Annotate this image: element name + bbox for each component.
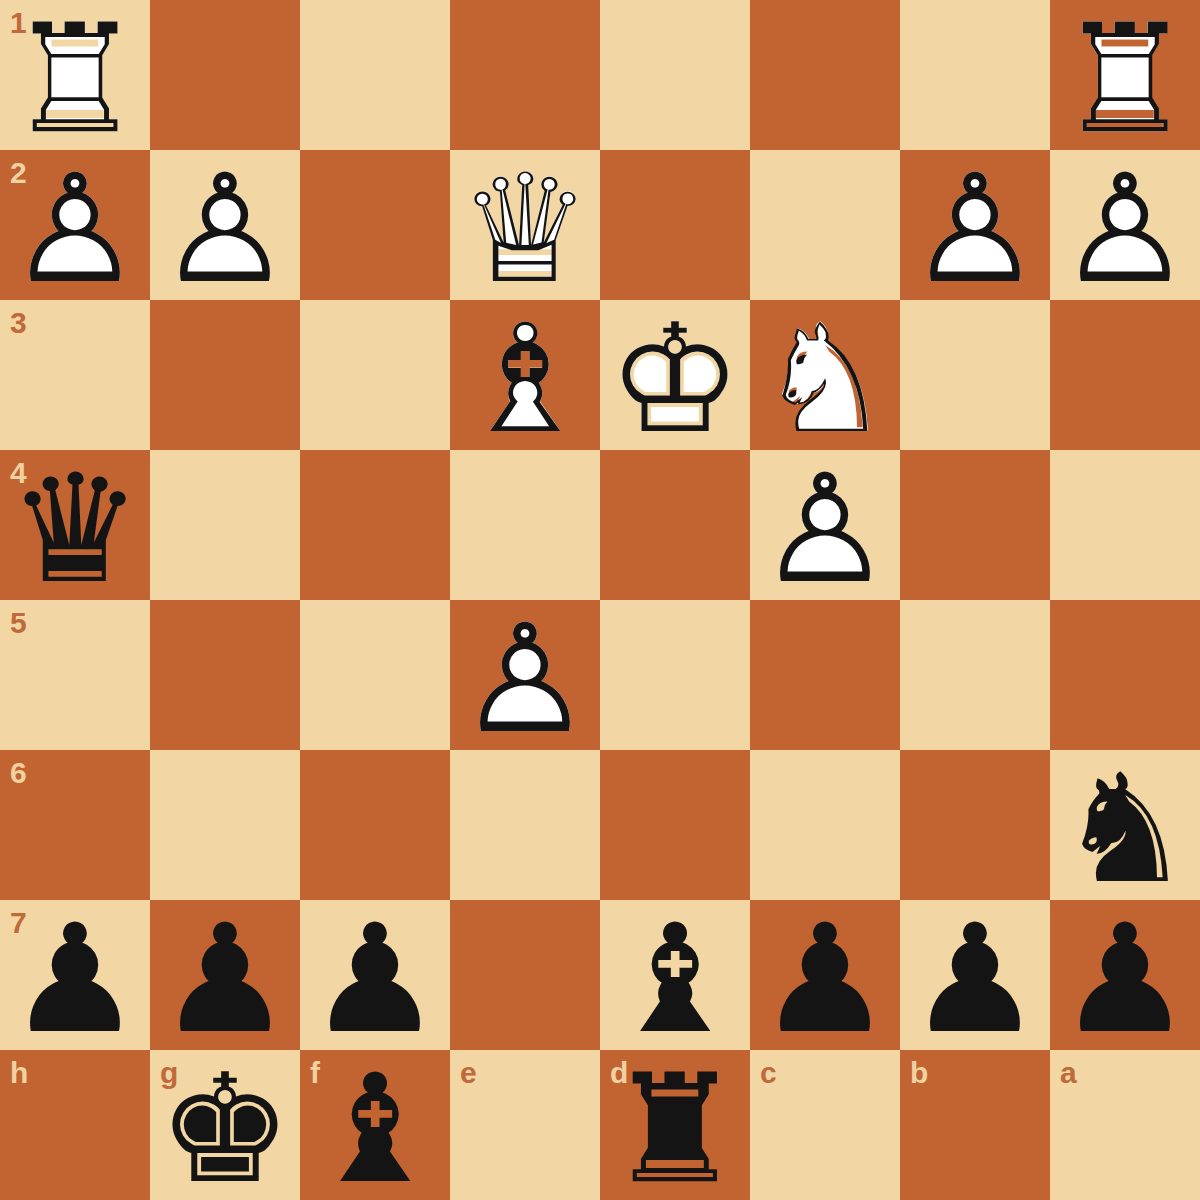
square-g5[interactable] <box>150 600 300 750</box>
coordinate-label-2: 2 <box>10 158 27 188</box>
square-e2[interactable]: ♛♕ <box>450 150 600 300</box>
piece-outline: ♙ <box>450 600 600 750</box>
square-c2[interactable] <box>750 150 900 300</box>
piece-outline: ♕ <box>450 150 600 300</box>
white-pawn-a2[interactable]: ♟♙ <box>1050 150 1200 300</box>
square-g4[interactable] <box>150 450 300 600</box>
square-c8[interactable]: c <box>750 1050 900 1200</box>
piece-glyph: ♟ <box>900 900 1050 1050</box>
square-b5[interactable] <box>900 600 1050 750</box>
square-e8[interactable]: e <box>450 1050 600 1200</box>
black-pawn-b7[interactable]: ♟ <box>900 900 1050 1050</box>
square-g7[interactable]: ♟ <box>150 900 300 1050</box>
piece-glyph: ♟ <box>300 900 450 1050</box>
square-d4[interactable] <box>600 450 750 600</box>
white-rook-a1[interactable]: ♜♖ <box>1050 0 1200 150</box>
piece-outline: ♔ <box>600 300 750 450</box>
coordinate-label-b: b <box>910 1058 928 1088</box>
square-h8[interactable]: h <box>0 1050 150 1200</box>
square-g6[interactable] <box>150 750 300 900</box>
square-g1[interactable] <box>150 0 300 150</box>
piece-outline: ♗ <box>450 300 600 450</box>
square-c7[interactable]: ♟ <box>750 900 900 1050</box>
square-f2[interactable] <box>300 150 450 300</box>
square-e7[interactable] <box>450 900 600 1050</box>
square-h2[interactable]: 2♟♙ <box>0 150 150 300</box>
square-f1[interactable] <box>300 0 450 150</box>
square-a6[interactable]: ♞ <box>1050 750 1200 900</box>
white-bishop-e3[interactable]: ♝♗ <box>450 300 600 450</box>
square-h1[interactable]: 1♜♖ <box>0 0 150 150</box>
coordinate-label-f: f <box>310 1058 320 1088</box>
square-d6[interactable] <box>600 750 750 900</box>
white-king-d3[interactable]: ♚♔ <box>600 300 750 450</box>
square-g2[interactable]: ♟♙ <box>150 150 300 300</box>
coordinate-label-h: h <box>10 1058 28 1088</box>
square-c6[interactable] <box>750 750 900 900</box>
square-a8[interactable]: a <box>1050 1050 1200 1200</box>
square-g3[interactable] <box>150 300 300 450</box>
coordinate-label-c: c <box>760 1058 777 1088</box>
black-pawn-a7[interactable]: ♟ <box>1050 900 1200 1050</box>
square-a4[interactable] <box>1050 450 1200 600</box>
coordinate-label-7: 7 <box>10 908 27 938</box>
white-pawn-e5[interactable]: ♟♙ <box>450 600 600 750</box>
square-b8[interactable]: b <box>900 1050 1050 1200</box>
square-a7[interactable]: ♟ <box>1050 900 1200 1050</box>
square-c3[interactable]: ♞♘ <box>750 300 900 450</box>
white-pawn-c4[interactable]: ♟♙ <box>750 450 900 600</box>
piece-outline: ♙ <box>750 450 900 600</box>
coordinate-label-4: 4 <box>10 458 27 488</box>
square-b7[interactable]: ♟ <box>900 900 1050 1050</box>
square-d1[interactable] <box>600 0 750 150</box>
coordinate-label-e: e <box>460 1058 477 1088</box>
black-bishop-f8[interactable]: ♝ <box>300 1050 450 1200</box>
square-b3[interactable] <box>900 300 1050 450</box>
piece-glyph: ♟ <box>750 900 900 1050</box>
square-d2[interactable] <box>600 150 750 300</box>
black-pawn-c7[interactable]: ♟ <box>750 900 900 1050</box>
square-b1[interactable] <box>900 0 1050 150</box>
square-f6[interactable] <box>300 750 450 900</box>
piece-glyph: ♞ <box>1050 750 1200 900</box>
piece-glyph: ♝ <box>300 1050 450 1200</box>
piece-glyph: ♝ <box>600 900 750 1050</box>
square-a1[interactable]: ♜♖ <box>1050 0 1200 150</box>
square-d3[interactable]: ♚♔ <box>600 300 750 450</box>
coordinate-label-1: 1 <box>10 8 27 38</box>
piece-glyph: ♟ <box>1050 900 1200 1050</box>
square-b6[interactable] <box>900 750 1050 900</box>
white-knight-c3[interactable]: ♞♘ <box>750 300 900 450</box>
white-queen-e2[interactable]: ♛♕ <box>450 150 600 300</box>
square-c5[interactable] <box>750 600 900 750</box>
piece-glyph: ♟ <box>150 900 300 1050</box>
square-e6[interactable] <box>450 750 600 900</box>
square-f8[interactable]: f♝ <box>300 1050 450 1200</box>
coordinate-label-d: d <box>610 1058 628 1088</box>
piece-outline: ♙ <box>150 150 300 300</box>
coordinate-label-3: 3 <box>10 308 27 338</box>
piece-outline: ♙ <box>1050 150 1200 300</box>
square-a3[interactable] <box>1050 300 1200 450</box>
square-d5[interactable] <box>600 600 750 750</box>
square-f4[interactable] <box>300 450 450 600</box>
black-pawn-g7[interactable]: ♟ <box>150 900 300 1050</box>
square-c1[interactable] <box>750 0 900 150</box>
coordinate-label-5: 5 <box>10 608 27 638</box>
square-e3[interactable]: ♝♗ <box>450 300 600 450</box>
square-e4[interactable] <box>450 450 600 600</box>
black-knight-a6[interactable]: ♞ <box>1050 750 1200 900</box>
square-d8[interactable]: d♜ <box>600 1050 750 1200</box>
square-e5[interactable]: ♟♙ <box>450 600 600 750</box>
square-b2[interactable]: ♟♙ <box>900 150 1050 300</box>
square-f3[interactable] <box>300 300 450 450</box>
square-d7[interactable]: ♝ <box>600 900 750 1050</box>
piece-outline: ♙ <box>900 150 1050 300</box>
square-a5[interactable] <box>1050 600 1200 750</box>
square-a2[interactable]: ♟♙ <box>1050 150 1200 300</box>
square-h5[interactable]: 5 <box>0 600 150 750</box>
coordinate-label-6: 6 <box>10 758 27 788</box>
white-pawn-b2[interactable]: ♟♙ <box>900 150 1050 300</box>
square-c4[interactable]: ♟♙ <box>750 450 900 600</box>
black-pawn-f7[interactable]: ♟ <box>300 900 450 1050</box>
coordinate-label-g: g <box>160 1058 178 1088</box>
square-f7[interactable]: ♟ <box>300 900 450 1050</box>
square-g8[interactable]: g♚ <box>150 1050 300 1200</box>
square-h7[interactable]: 7♟ <box>0 900 150 1050</box>
piece-outline: ♖ <box>1050 0 1200 150</box>
black-bishop-d7[interactable]: ♝ <box>600 900 750 1050</box>
square-e1[interactable] <box>450 0 600 150</box>
square-h6[interactable]: 6 <box>0 750 150 900</box>
coordinate-label-a: a <box>1060 1058 1077 1088</box>
square-h3[interactable]: 3 <box>0 300 150 450</box>
piece-outline: ♘ <box>750 300 900 450</box>
white-pawn-g2[interactable]: ♟♙ <box>150 150 300 300</box>
square-h4[interactable]: 4♛ <box>0 450 150 600</box>
square-f5[interactable] <box>300 600 450 750</box>
chess-board: 1♜♖♜♖2♟♙♟♙♛♕♟♙♟♙3♝♗♚♔♞♘4♛♟♙5♟♙6♞7♟♟♟♝♟♟♟… <box>0 0 1200 1200</box>
square-b4[interactable] <box>900 450 1050 600</box>
